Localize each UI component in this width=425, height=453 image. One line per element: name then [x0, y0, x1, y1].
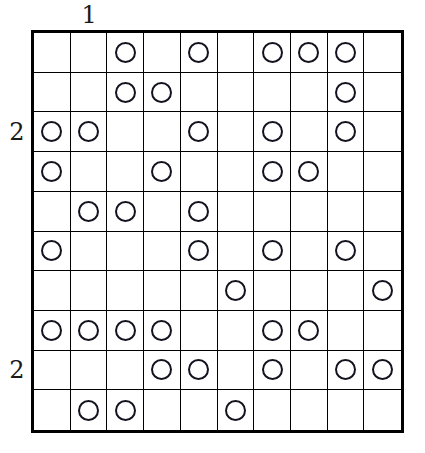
cell-r7c3[interactable]: [107, 271, 144, 311]
circle-marker: [188, 240, 209, 261]
cell-r1c9[interactable]: [328, 33, 365, 73]
cell-r10c6[interactable]: [218, 390, 255, 430]
cell-r6c8[interactable]: [291, 232, 328, 272]
cell-r8c8[interactable]: [291, 311, 328, 351]
cell-r3c1[interactable]: [34, 112, 71, 152]
cell-r9c7[interactable]: [254, 351, 291, 391]
circle-marker: [41, 320, 62, 341]
cell-r3c7[interactable]: [254, 112, 291, 152]
cell-r5c5[interactable]: [181, 192, 218, 232]
cell-r3c3[interactable]: [107, 112, 144, 152]
circle-marker: [151, 82, 172, 103]
left-clue-row9: 2: [9, 358, 24, 382]
cell-r2c10[interactable]: [364, 73, 401, 113]
cell-r7c6[interactable]: [218, 271, 255, 311]
circle-marker: [188, 42, 209, 63]
cell-r6c2[interactable]: [71, 232, 108, 272]
cell-r2c7[interactable]: [254, 73, 291, 113]
top-clue-col2: 1: [81, 3, 96, 27]
circle-marker: [298, 161, 319, 182]
cell-r9c8[interactable]: [291, 351, 328, 391]
circle-marker: [151, 320, 172, 341]
cell-r10c10[interactable]: [364, 390, 401, 430]
cell-r10c1[interactable]: [34, 390, 71, 430]
circle-marker: [225, 400, 246, 421]
cell-r9c1[interactable]: [34, 351, 71, 391]
cell-r10c3[interactable]: [107, 390, 144, 430]
cell-r6c7[interactable]: [254, 232, 291, 272]
cell-r4c1[interactable]: [34, 152, 71, 192]
circle-marker: [78, 320, 99, 341]
cell-r1c1[interactable]: [34, 33, 71, 73]
circle-marker: [151, 161, 172, 182]
cell-r10c2[interactable]: [71, 390, 108, 430]
cell-r6c5[interactable]: [181, 232, 218, 272]
circle-marker: [298, 42, 319, 63]
cell-r10c4[interactable]: [144, 390, 181, 430]
circle-marker: [372, 280, 393, 301]
cell-r1c3[interactable]: [107, 33, 144, 73]
cell-r2c3[interactable]: [107, 73, 144, 113]
cell-r7c2[interactable]: [71, 271, 108, 311]
cell-r7c5[interactable]: [181, 271, 218, 311]
cell-r8c4[interactable]: [144, 311, 181, 351]
cell-r4c9[interactable]: [328, 152, 365, 192]
cell-r5c6[interactable]: [218, 192, 255, 232]
circle-marker: [78, 121, 99, 142]
cell-r1c6[interactable]: [218, 33, 255, 73]
cell-r3c6[interactable]: [218, 112, 255, 152]
cell-r8c1[interactable]: [34, 311, 71, 351]
cell-r9c10[interactable]: [364, 351, 401, 391]
cell-r1c2[interactable]: [71, 33, 108, 73]
circle-marker: [188, 121, 209, 142]
cell-r4c5[interactable]: [181, 152, 218, 192]
cell-r6c10[interactable]: [364, 232, 401, 272]
cell-r1c8[interactable]: [291, 33, 328, 73]
circle-marker: [41, 161, 62, 182]
cell-r2c9[interactable]: [328, 73, 365, 113]
circle-marker: [335, 240, 356, 261]
circle-marker: [262, 121, 283, 142]
cell-r1c10[interactable]: [364, 33, 401, 73]
cell-r4c6[interactable]: [218, 152, 255, 192]
cell-r1c5[interactable]: [181, 33, 218, 73]
circle-marker: [115, 42, 136, 63]
cell-r7c1[interactable]: [34, 271, 71, 311]
puzzle-grid: [31, 30, 404, 433]
cell-r6c1[interactable]: [34, 232, 71, 272]
cell-r2c4[interactable]: [144, 73, 181, 113]
circle-marker: [225, 280, 246, 301]
cell-r4c8[interactable]: [291, 152, 328, 192]
cell-r8c9[interactable]: [328, 311, 365, 351]
cell-r1c4[interactable]: [144, 33, 181, 73]
circle-marker: [41, 121, 62, 142]
cell-r9c6[interactable]: [218, 351, 255, 391]
cell-r4c10[interactable]: [364, 152, 401, 192]
circle-marker: [298, 320, 319, 341]
cell-r8c10[interactable]: [364, 311, 401, 351]
cell-r10c5[interactable]: [181, 390, 218, 430]
cell-r3c10[interactable]: [364, 112, 401, 152]
cell-r8c6[interactable]: [218, 311, 255, 351]
circle-marker: [115, 320, 136, 341]
cell-r3c5[interactable]: [181, 112, 218, 152]
cell-r5c9[interactable]: [328, 192, 365, 232]
circle-marker: [262, 161, 283, 182]
cell-r5c4[interactable]: [144, 192, 181, 232]
cell-r2c1[interactable]: [34, 73, 71, 113]
circle-marker: [335, 82, 356, 103]
cell-r7c10[interactable]: [364, 271, 401, 311]
cell-r7c9[interactable]: [328, 271, 365, 311]
cell-r7c8[interactable]: [291, 271, 328, 311]
circle-marker: [78, 400, 99, 421]
left-clue-row3: 2: [9, 120, 24, 144]
cell-r1c7[interactable]: [254, 33, 291, 73]
cell-r8c7[interactable]: [254, 311, 291, 351]
circle-marker: [262, 42, 283, 63]
cell-r5c2[interactable]: [71, 192, 108, 232]
cell-r4c2[interactable]: [71, 152, 108, 192]
cell-r2c8[interactable]: [291, 73, 328, 113]
circle-marker: [78, 201, 99, 222]
cell-r3c4[interactable]: [144, 112, 181, 152]
circle-marker: [335, 121, 356, 142]
cell-r4c3[interactable]: [107, 152, 144, 192]
circle-marker: [262, 359, 283, 380]
cell-r3c2[interactable]: [71, 112, 108, 152]
cell-r10c8[interactable]: [291, 390, 328, 430]
cell-r2c6[interactable]: [218, 73, 255, 113]
cell-r9c4[interactable]: [144, 351, 181, 391]
cell-r8c3[interactable]: [107, 311, 144, 351]
cell-r5c8[interactable]: [291, 192, 328, 232]
cell-r6c4[interactable]: [144, 232, 181, 272]
circle-marker: [151, 359, 172, 380]
cell-r8c5[interactable]: [181, 311, 218, 351]
cell-r6c3[interactable]: [107, 232, 144, 272]
cell-r8c2[interactable]: [71, 311, 108, 351]
cell-r4c7[interactable]: [254, 152, 291, 192]
circle-marker: [115, 400, 136, 421]
cell-r5c10[interactable]: [364, 192, 401, 232]
cell-r5c7[interactable]: [254, 192, 291, 232]
cell-r6c9[interactable]: [328, 232, 365, 272]
puzzle-stage: 122: [0, 0, 425, 453]
cell-r10c9[interactable]: [328, 390, 365, 430]
circle-marker: [41, 240, 62, 261]
circle-marker: [115, 201, 136, 222]
circle-marker: [335, 359, 356, 380]
circle-marker: [188, 359, 209, 380]
cell-r2c5[interactable]: [181, 73, 218, 113]
cell-r4c4[interactable]: [144, 152, 181, 192]
cell-r9c3[interactable]: [107, 351, 144, 391]
circle-marker: [188, 201, 209, 222]
cell-r5c3[interactable]: [107, 192, 144, 232]
circle-marker: [115, 82, 136, 103]
cell-r2c2[interactable]: [71, 73, 108, 113]
cell-r3c9[interactable]: [328, 112, 365, 152]
cell-r9c2[interactable]: [71, 351, 108, 391]
cell-r6c6[interactable]: [218, 232, 255, 272]
cell-r7c4[interactable]: [144, 271, 181, 311]
cell-r3c8[interactable]: [291, 112, 328, 152]
cell-r10c7[interactable]: [254, 390, 291, 430]
circle-marker: [262, 320, 283, 341]
cell-r5c1[interactable]: [34, 192, 71, 232]
cell-r9c9[interactable]: [328, 351, 365, 391]
circle-marker: [335, 42, 356, 63]
cell-r9c5[interactable]: [181, 351, 218, 391]
circle-marker: [262, 240, 283, 261]
cell-r7c7[interactable]: [254, 271, 291, 311]
circle-marker: [372, 359, 393, 380]
